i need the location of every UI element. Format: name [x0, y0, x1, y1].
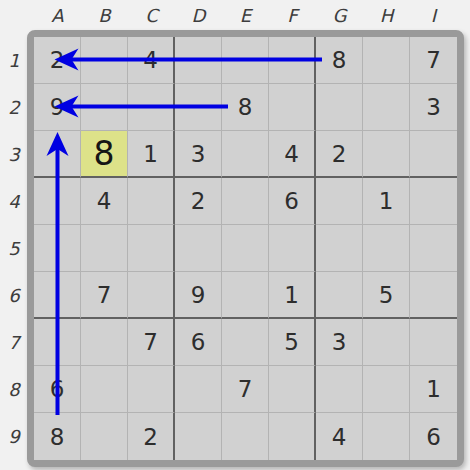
cell-value-B4: 4 — [97, 188, 112, 214]
cell-G8[interactable] — [316, 366, 363, 413]
cell-F3[interactable]: 4 — [269, 131, 316, 178]
row-label-4: 4 — [0, 178, 28, 225]
cell-value-C9: 2 — [143, 424, 158, 450]
cell-D7[interactable]: 6 — [175, 319, 222, 366]
cell-value-C7: 7 — [143, 329, 158, 355]
cell-G3[interactable]: 2 — [316, 131, 363, 178]
cell-value-H4: 1 — [379, 188, 394, 214]
cell-E2[interactable]: 8 — [222, 84, 269, 131]
cell-C3[interactable]: 1 — [128, 131, 175, 178]
cell-C5[interactable] — [128, 225, 175, 272]
cell-value-G7: 3 — [332, 329, 347, 355]
cell-value-G1: 8 — [332, 47, 347, 73]
cell-value-A9: 8 — [50, 424, 65, 450]
cell-H6[interactable]: 5 — [363, 272, 410, 319]
cell-I5[interactable] — [410, 225, 457, 272]
sudoku-grid: 2487983813424261791576536718246 — [34, 37, 457, 460]
cell-B9[interactable] — [81, 413, 128, 460]
cell-D6[interactable]: 9 — [175, 272, 222, 319]
cell-G2[interactable] — [316, 84, 363, 131]
col-label-I: I — [410, 2, 457, 28]
col-label-G: G — [316, 2, 363, 28]
row-label-2: 2 — [0, 84, 28, 131]
cell-F9[interactable] — [269, 413, 316, 460]
cell-G1[interactable]: 8 — [316, 37, 363, 84]
cell-value-A1: 2 — [50, 47, 65, 73]
cell-value-I9: 6 — [426, 424, 441, 450]
cell-C1[interactable]: 4 — [128, 37, 175, 84]
cell-G6[interactable] — [316, 272, 363, 319]
cell-B5[interactable] — [81, 225, 128, 272]
cell-C7[interactable]: 7 — [128, 319, 175, 366]
cell-B4[interactable]: 4 — [81, 178, 128, 225]
cell-D1[interactable] — [175, 37, 222, 84]
cell-H3[interactable] — [363, 131, 410, 178]
cell-value-A8: 6 — [50, 376, 65, 402]
cell-D9[interactable] — [175, 413, 222, 460]
cell-value-I2: 3 — [426, 94, 441, 120]
cell-value-E8: 7 — [238, 376, 253, 402]
cell-value-G3: 2 — [332, 141, 347, 167]
cell-value-C1: 4 — [143, 47, 158, 73]
cell-H9[interactable] — [363, 413, 410, 460]
col-label-B: B — [81, 2, 128, 28]
cell-B1[interactable] — [81, 37, 128, 84]
sudoku-stage: ABCDEFGHI 123456789 24879838134242617915… — [0, 0, 470, 470]
row-label-5: 5 — [0, 225, 28, 272]
cell-E3[interactable] — [222, 131, 269, 178]
cell-I1[interactable]: 7 — [410, 37, 457, 84]
cell-I3[interactable] — [410, 131, 457, 178]
col-label-E: E — [222, 2, 269, 28]
cell-value-B3: 8 — [94, 134, 115, 173]
cell-G4[interactable] — [316, 178, 363, 225]
cell-I2[interactable]: 3 — [410, 84, 457, 131]
cell-H4[interactable]: 1 — [363, 178, 410, 225]
row-label-3: 3 — [0, 131, 28, 178]
cell-value-I8: 1 — [426, 376, 441, 402]
cell-value-E2: 8 — [238, 94, 253, 120]
cell-B7[interactable] — [81, 319, 128, 366]
cell-C2[interactable] — [128, 84, 175, 131]
row-label-8: 8 — [0, 366, 28, 413]
cell-G5[interactable] — [316, 225, 363, 272]
cell-value-F6: 1 — [284, 282, 299, 308]
cell-A9[interactable]: 8 — [34, 413, 81, 460]
cell-E5[interactable] — [222, 225, 269, 272]
cell-F6[interactable]: 1 — [269, 272, 316, 319]
cell-value-I1: 7 — [426, 47, 441, 73]
cell-H8[interactable] — [363, 366, 410, 413]
cell-C8[interactable] — [128, 366, 175, 413]
cell-A2[interactable]: 9 — [34, 84, 81, 131]
cell-value-D6: 9 — [191, 282, 206, 308]
row-label-9: 9 — [0, 413, 28, 460]
cell-A1[interactable]: 2 — [34, 37, 81, 84]
cell-value-D4: 2 — [191, 188, 206, 214]
cell-H1[interactable] — [363, 37, 410, 84]
cell-H5[interactable] — [363, 225, 410, 272]
cell-D8[interactable] — [175, 366, 222, 413]
cell-A7[interactable] — [34, 319, 81, 366]
cell-value-B6: 7 — [97, 282, 112, 308]
cell-E7[interactable] — [222, 319, 269, 366]
cell-B6[interactable]: 7 — [81, 272, 128, 319]
cell-B8[interactable] — [81, 366, 128, 413]
cell-I8[interactable]: 1 — [410, 366, 457, 413]
cell-B2[interactable] — [81, 84, 128, 131]
cell-I7[interactable] — [410, 319, 457, 366]
cell-A5[interactable] — [34, 225, 81, 272]
cell-C9[interactable]: 2 — [128, 413, 175, 460]
row-label-1: 1 — [0, 37, 28, 84]
cell-C4[interactable] — [128, 178, 175, 225]
cell-D4[interactable]: 2 — [175, 178, 222, 225]
cell-A6[interactable] — [34, 272, 81, 319]
cell-D2[interactable] — [175, 84, 222, 131]
cell-B3[interactable]: 8 — [81, 131, 128, 178]
cell-C6[interactable] — [128, 272, 175, 319]
row-label-7: 7 — [0, 319, 28, 366]
col-label-C: C — [128, 2, 175, 28]
cell-D5[interactable] — [175, 225, 222, 272]
cell-G9[interactable]: 4 — [316, 413, 363, 460]
cell-E8[interactable]: 7 — [222, 366, 269, 413]
cell-F8[interactable] — [269, 366, 316, 413]
cell-I6[interactable] — [410, 272, 457, 319]
cell-value-C3: 1 — [143, 141, 158, 167]
col-label-D: D — [175, 2, 222, 28]
cell-value-F4: 6 — [284, 188, 299, 214]
cell-H7[interactable] — [363, 319, 410, 366]
cell-value-H6: 5 — [379, 282, 394, 308]
cell-F2[interactable] — [269, 84, 316, 131]
cell-value-D7: 6 — [191, 329, 206, 355]
cell-F4[interactable]: 6 — [269, 178, 316, 225]
sudoku-board: 2487983813424261791576536718246 — [27, 30, 464, 467]
row-label-6: 6 — [0, 272, 28, 319]
cell-E4[interactable] — [222, 178, 269, 225]
cell-value-G9: 4 — [332, 424, 347, 450]
col-label-H: H — [363, 2, 410, 28]
cell-A8[interactable]: 6 — [34, 366, 81, 413]
cell-E9[interactable] — [222, 413, 269, 460]
cell-H2[interactable] — [363, 84, 410, 131]
cell-A4[interactable] — [34, 178, 81, 225]
cell-A3[interactable] — [34, 131, 81, 178]
cell-E1[interactable] — [222, 37, 269, 84]
col-label-A: A — [34, 2, 81, 28]
cell-F5[interactable] — [269, 225, 316, 272]
col-label-F: F — [269, 2, 316, 28]
cell-F7[interactable]: 5 — [269, 319, 316, 366]
cell-value-F7: 5 — [284, 329, 299, 355]
cell-value-F3: 4 — [284, 141, 299, 167]
cell-I9[interactable]: 6 — [410, 413, 457, 460]
cell-D3[interactable]: 3 — [175, 131, 222, 178]
cell-value-A2: 9 — [50, 94, 65, 120]
cell-G7[interactable]: 3 — [316, 319, 363, 366]
cell-E6[interactable] — [222, 272, 269, 319]
cell-I4[interactable] — [410, 178, 457, 225]
cell-value-D3: 3 — [191, 141, 206, 167]
cell-F1[interactable] — [269, 37, 316, 84]
